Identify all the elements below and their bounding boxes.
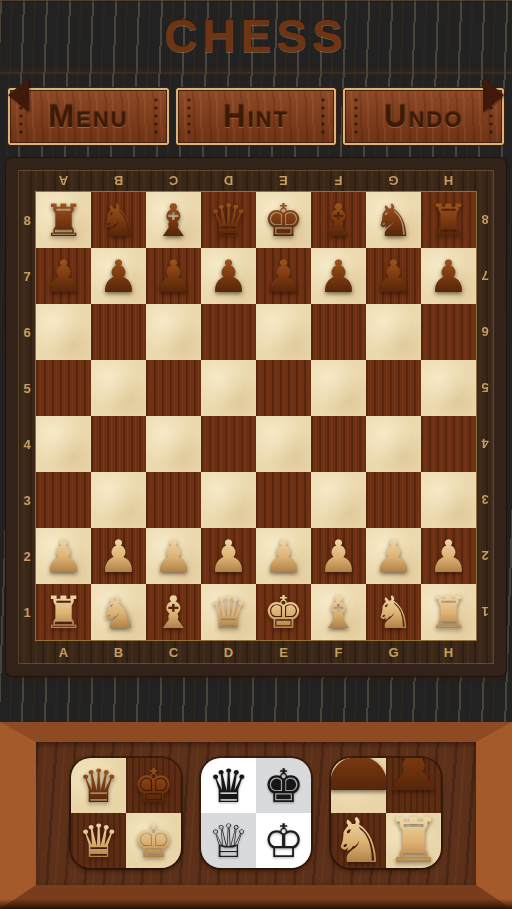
square-e1[interactable]: ♚ (256, 584, 311, 640)
black-piece-preview-icon: ♚ (263, 763, 304, 809)
white-piece-preview-icon: ♕ (208, 818, 249, 864)
coordinate-label: D (201, 170, 256, 192)
hint-button-label: Hint (223, 99, 289, 135)
dark-pawn-piece: ♟ (208, 254, 248, 299)
carousel-previous-arrow-icon[interactable] (8, 78, 29, 112)
menu-button[interactable]: Menu (8, 88, 169, 145)
coordinate-label: 8 (18, 192, 36, 248)
tile-cell: ♚ (126, 758, 181, 813)
dark-knight-piece: ♞ (373, 198, 413, 243)
square-b2[interactable]: ♟ (91, 528, 146, 584)
coordinate-label: E (256, 640, 311, 664)
hint-button[interactable]: Hint (176, 88, 337, 145)
coordinate-label: E (256, 170, 311, 192)
square-g8[interactable]: ♞ (366, 192, 421, 248)
tile-cell: ♝ (386, 758, 441, 813)
square-d7[interactable]: ♟ (201, 248, 256, 304)
square-d5[interactable] (201, 360, 256, 416)
tile-cell: ♚ (126, 813, 181, 868)
square-g4[interactable] (366, 416, 421, 472)
coordinate-label: H (421, 640, 476, 664)
dark-bishop-piece: ♝ (153, 198, 193, 243)
square-g1[interactable]: ♞ (366, 584, 421, 640)
light-king-piece: ♚ (263, 590, 303, 635)
white-piece-preview-icon: ♔ (263, 818, 304, 864)
frame-corner (18, 170, 36, 192)
light-piece-preview-icon: ♛ (78, 818, 119, 864)
dark-pawn-piece: ♟ (43, 254, 83, 299)
rank-labels-right: 87654321 (476, 192, 494, 640)
light-queen-piece: ♛ (208, 590, 248, 635)
square-e8[interactable]: ♚ (256, 192, 311, 248)
coordinate-label: 5 (18, 360, 36, 416)
tile-cell: ♚ (256, 758, 311, 813)
square-c7[interactable]: ♟ (146, 248, 201, 304)
coordinate-label: 2 (476, 528, 494, 584)
square-a6[interactable] (36, 304, 91, 360)
square-a8[interactable]: ♜ (36, 192, 91, 248)
dark-pawn-piece: ♟ (153, 254, 193, 299)
square-h2[interactable]: ♟ (421, 528, 476, 584)
square-c1[interactable]: ♝ (146, 584, 201, 640)
board-squares: ♜♞♝♛♚♝♞♜♟♟♟♟♟♟♟♟♟♟♟♟♟♟♟♟♜♞♝♛♚♝♞♜ (36, 192, 476, 640)
light-rook-piece: ♜ (428, 590, 468, 635)
square-c6[interactable] (146, 304, 201, 360)
square-f8[interactable]: ♝ (311, 192, 366, 248)
square-f3[interactable] (311, 472, 366, 528)
coordinate-label: 2 (18, 528, 36, 584)
dark-pawn-piece: ♟ (98, 254, 138, 299)
light-piece-preview-icon: ♞ (331, 813, 386, 868)
coordinate-label: A (36, 640, 91, 664)
light-piece-preview-icon: ♚ (133, 818, 174, 864)
coordinate-label: G (366, 640, 421, 664)
coordinate-label: F (311, 640, 366, 664)
dark-queen-piece: ♛ (208, 198, 248, 243)
coordinate-label: 1 (476, 584, 494, 640)
tile-cell: ♔ (256, 813, 311, 868)
button-ornament-icon (319, 96, 327, 137)
square-h7[interactable]: ♟ (421, 248, 476, 304)
undo-button-label: Undo (384, 99, 463, 135)
coordinate-label: D (201, 640, 256, 664)
coordinate-label: 4 (476, 416, 494, 472)
light-piece-preview-icon: ♜ (386, 813, 441, 868)
square-e4[interactable] (256, 416, 311, 472)
square-f4[interactable] (311, 416, 366, 472)
square-b8[interactable]: ♞ (91, 192, 146, 248)
square-e5[interactable] (256, 360, 311, 416)
dark-knight-piece: ♞ (98, 198, 138, 243)
coordinate-label: F (311, 170, 366, 192)
square-c4[interactable] (146, 416, 201, 472)
square-h8[interactable]: ♜ (421, 192, 476, 248)
square-b3[interactable] (91, 472, 146, 528)
square-b4[interactable] (91, 416, 146, 472)
coordinate-label: 3 (476, 472, 494, 528)
square-h5[interactable] (421, 360, 476, 416)
square-d6[interactable] (201, 304, 256, 360)
square-a7[interactable]: ♟ (36, 248, 91, 304)
square-c3[interactable] (146, 472, 201, 528)
tile-cell: ♕ (201, 813, 256, 868)
square-c5[interactable] (146, 360, 201, 416)
dark-piece-preview-icon: ♟ (331, 758, 386, 805)
light-bishop-piece: ♝ (318, 590, 358, 635)
square-d4[interactable] (201, 416, 256, 472)
square-e6[interactable] (256, 304, 311, 360)
square-a2[interactable]: ♟ (36, 528, 91, 584)
square-d3[interactable] (201, 472, 256, 528)
square-a1[interactable]: ♜ (36, 584, 91, 640)
undo-button[interactable]: Undo (343, 88, 504, 145)
app-title: CHESS (164, 9, 347, 63)
piece-set-carousel: ♛♚♛♚♛♚♕♔♟♝♞♜ (36, 758, 476, 868)
piece-set-tile-wood-3d-set[interactable]: ♛♚♛♚ (71, 758, 181, 868)
dark-king-piece: ♚ (263, 198, 303, 243)
square-h1[interactable]: ♜ (421, 584, 476, 640)
light-pawn-piece: ♟ (98, 534, 138, 579)
coordinate-label: B (91, 640, 146, 664)
square-a3[interactable] (36, 472, 91, 528)
square-b6[interactable] (91, 304, 146, 360)
square-c2[interactable]: ♟ (146, 528, 201, 584)
square-g5[interactable] (366, 360, 421, 416)
dark-rook-piece: ♜ (428, 198, 468, 243)
square-h4[interactable] (421, 416, 476, 472)
file-labels-bottom: ABCDEFGH (18, 640, 494, 664)
dark-piece-preview-icon: ♚ (133, 763, 174, 809)
square-f7[interactable]: ♟ (311, 248, 366, 304)
square-h6[interactable] (421, 304, 476, 360)
dark-pawn-piece: ♟ (428, 254, 468, 299)
coordinate-label: C (146, 170, 201, 192)
coordinate-label: H (421, 170, 476, 192)
square-a5[interactable] (36, 360, 91, 416)
square-f1[interactable]: ♝ (311, 584, 366, 640)
chess-board: ABCDEFGH 87654321 ♜♞♝♛♚♝♞♜♟♟♟♟♟♟♟♟♟♟♟♟♟♟… (6, 158, 506, 676)
tile-cell: ♛ (71, 813, 126, 868)
square-b1[interactable]: ♞ (91, 584, 146, 640)
square-g3[interactable] (366, 472, 421, 528)
dark-piece-preview-icon: ♛ (78, 763, 119, 809)
piece-set-selector-panel: ♛♚♛♚♛♚♕♔♟♝♞♜ (0, 722, 512, 909)
button-ornament-icon (185, 96, 193, 137)
square-b7[interactable]: ♟ (91, 248, 146, 304)
square-d1[interactable]: ♛ (201, 584, 256, 640)
light-pawn-piece: ♟ (318, 534, 358, 579)
frame-corner (476, 640, 494, 664)
dark-bishop-piece: ♝ (318, 198, 358, 243)
tile-cell: ♞ (331, 813, 386, 868)
square-a4[interactable] (36, 416, 91, 472)
menu-button-label: Menu (48, 99, 128, 135)
square-e2[interactable]: ♟ (256, 528, 311, 584)
button-ornament-icon (352, 96, 360, 137)
toolbar: Menu Hint Undo (0, 74, 512, 145)
tile-cell: ♜ (386, 813, 441, 868)
square-f6[interactable] (311, 304, 366, 360)
dark-rook-piece: ♜ (43, 198, 83, 243)
light-rook-piece: ♜ (43, 590, 83, 635)
square-g6[interactable] (366, 304, 421, 360)
light-pawn-piece: ♟ (373, 534, 413, 579)
coordinate-label: 6 (476, 304, 494, 360)
light-pawn-piece: ♟ (428, 534, 468, 579)
chess-app-screen: CHESS Menu Hint Undo ABCDEFGH 87654321 ♜… (0, 0, 512, 909)
square-g7[interactable]: ♟ (366, 248, 421, 304)
dark-pawn-piece: ♟ (373, 254, 413, 299)
dark-pawn-piece: ♟ (318, 254, 358, 299)
file-labels-top: ABCDEFGH (18, 170, 494, 192)
button-ornament-icon (152, 96, 160, 137)
coordinate-label: 7 (476, 248, 494, 304)
square-h3[interactable] (421, 472, 476, 528)
coordinate-label: 5 (476, 360, 494, 416)
coordinate-label: G (366, 170, 421, 192)
rank-labels-left: 87654321 (18, 192, 36, 640)
tile-cell: ♛ (71, 758, 126, 813)
frame-corner (18, 640, 36, 664)
coordinate-label: 8 (476, 192, 494, 248)
tile-cell: ♟ (331, 758, 386, 813)
square-c8[interactable]: ♝ (146, 192, 201, 248)
piece-set-tile-classic-2d-set[interactable]: ♛♚♕♔ (201, 758, 311, 868)
dark-piece-preview-icon: ♝ (386, 758, 441, 805)
coordinate-label: A (36, 170, 91, 192)
coordinate-label: 1 (18, 584, 36, 640)
square-g2[interactable]: ♟ (366, 528, 421, 584)
square-b5[interactable] (91, 360, 146, 416)
square-e7[interactable]: ♟ (256, 248, 311, 304)
square-d2[interactable]: ♟ (201, 528, 256, 584)
light-pawn-piece: ♟ (43, 534, 83, 579)
light-pawn-piece: ♟ (263, 534, 303, 579)
square-f2[interactable]: ♟ (311, 528, 366, 584)
coordinate-label: 7 (18, 248, 36, 304)
light-pawn-piece: ♟ (208, 534, 248, 579)
light-knight-piece: ♞ (373, 590, 413, 635)
piece-set-tile-photo-wood-set[interactable]: ♟♝♞♜ (331, 758, 441, 868)
square-f5[interactable] (311, 360, 366, 416)
coordinate-label: 6 (18, 304, 36, 360)
tile-cell: ♛ (201, 758, 256, 813)
light-pawn-piece: ♟ (153, 534, 193, 579)
coordinate-label: C (146, 640, 201, 664)
coordinate-label: 4 (18, 416, 36, 472)
light-bishop-piece: ♝ (153, 590, 193, 635)
square-e3[interactable] (256, 472, 311, 528)
square-d8[interactable]: ♛ (201, 192, 256, 248)
dark-pawn-piece: ♟ (263, 254, 303, 299)
coordinate-label: 3 (18, 472, 36, 528)
black-piece-preview-icon: ♛ (208, 763, 249, 809)
carousel-next-arrow-icon[interactable] (483, 78, 504, 112)
app-header: CHESS (0, 0, 512, 74)
light-knight-piece: ♞ (98, 590, 138, 635)
frame-corner (476, 170, 494, 192)
coordinate-label: B (91, 170, 146, 192)
